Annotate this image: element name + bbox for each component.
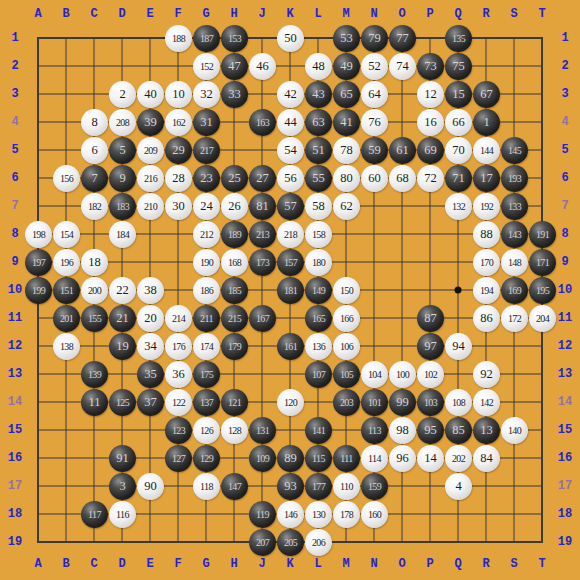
- move-number: 190: [200, 249, 213, 276]
- move-number: 1: [483, 109, 489, 136]
- move-number: 29: [172, 137, 185, 164]
- move-number: 119: [256, 501, 269, 528]
- stone-127-F16: 127: [165, 445, 192, 472]
- move-number: 174: [200, 333, 213, 360]
- stone-107-L13: 107: [305, 361, 332, 388]
- stone-40-E3: 40: [137, 81, 164, 108]
- move-number: 118: [200, 473, 213, 500]
- move-number: 176: [172, 333, 185, 360]
- move-number: 40: [144, 81, 157, 108]
- stone-36-F13: 36: [165, 361, 192, 388]
- move-number: 148: [508, 249, 521, 276]
- stone-160-N18: 160: [361, 501, 388, 528]
- move-number: 94: [452, 333, 465, 360]
- move-number: 66: [452, 109, 465, 136]
- stone-115-L16: 115: [305, 445, 332, 472]
- move-number: 93: [284, 473, 297, 500]
- move-number: 70: [452, 137, 465, 164]
- stone-47-H2: 47: [221, 53, 248, 80]
- stone-90-E17: 90: [137, 473, 164, 500]
- move-number: 210: [144, 193, 157, 220]
- stone-88-R8: 88: [473, 221, 500, 248]
- col-label-top-N: N: [360, 3, 388, 25]
- stone-125-D14: 125: [109, 389, 136, 416]
- stone-22-D10: 22: [109, 277, 136, 304]
- move-number: 23: [200, 165, 213, 192]
- stone-49-M2: 49: [333, 53, 360, 80]
- stone-42-K3: 42: [277, 81, 304, 108]
- col-label-top-F: F: [164, 3, 192, 25]
- stone-172-S11: 172: [501, 305, 528, 332]
- move-number: 207: [256, 529, 269, 556]
- stone-215-H11: 215: [221, 305, 248, 332]
- stone-15-Q3: 15: [445, 81, 472, 108]
- stone-31-G4: 31: [193, 109, 220, 136]
- move-number: 161: [284, 333, 297, 360]
- move-number: 76: [368, 109, 381, 136]
- stone-142-R14: 142: [473, 389, 500, 416]
- move-number: 131: [256, 417, 269, 444]
- stone-53-M1: 53: [333, 25, 360, 52]
- move-number: 14: [424, 445, 437, 472]
- move-number: 200: [88, 277, 101, 304]
- stone-181-K10: 181: [277, 277, 304, 304]
- move-number: 18: [88, 249, 101, 276]
- stone-168-H9: 168: [221, 249, 248, 276]
- stone-71-Q6: 71: [445, 165, 472, 192]
- move-number: 69: [424, 137, 437, 164]
- stone-41-M4: 41: [333, 109, 360, 136]
- row-label-right-5: 5: [552, 139, 578, 161]
- stone-214-F11: 214: [165, 305, 192, 332]
- move-number: 30: [172, 193, 185, 220]
- move-number: 89: [284, 445, 297, 472]
- move-number: 107: [312, 361, 325, 388]
- stone-104-N13: 104: [361, 361, 388, 388]
- row-label-left-11: 11: [2, 307, 28, 329]
- stone-66-Q4: 66: [445, 109, 472, 136]
- move-number: 154: [60, 221, 73, 248]
- stone-148-S9: 148: [501, 249, 528, 276]
- row-label-left-2: 2: [2, 55, 28, 77]
- stone-20-E11: 20: [137, 305, 164, 332]
- move-number: 87: [424, 305, 437, 332]
- move-number: 173: [256, 249, 269, 276]
- move-number: 39: [144, 109, 157, 136]
- row-label-left-10: 10: [2, 279, 28, 301]
- stone-96-O16: 96: [389, 445, 416, 472]
- move-number: 214: [172, 305, 185, 332]
- move-number: 179: [228, 333, 241, 360]
- stone-23-G6: 23: [193, 165, 220, 192]
- stone-72-P6: 72: [417, 165, 444, 192]
- stone-24-G7: 24: [193, 193, 220, 220]
- stone-99-O14: 99: [389, 389, 416, 416]
- stone-211-G11: 211: [193, 305, 220, 332]
- stone-12-P3: 12: [417, 81, 444, 108]
- stone-149-L10: 149: [305, 277, 332, 304]
- col-label-bottom-S: S: [500, 553, 528, 575]
- stone-113-N15: 113: [361, 417, 388, 444]
- stone-192-R7: 192: [473, 193, 500, 220]
- move-number: 90: [144, 473, 157, 500]
- row-label-right-9: 9: [552, 251, 578, 273]
- move-number: 3: [119, 473, 125, 500]
- stone-218-K8: 218: [277, 221, 304, 248]
- move-number: 47: [228, 53, 241, 80]
- move-number: 167: [256, 305, 269, 332]
- move-number: 59: [368, 137, 381, 164]
- move-number: 63: [312, 109, 325, 136]
- move-number: 8: [91, 109, 97, 136]
- stone-179-H12: 179: [221, 333, 248, 360]
- stone-187-G1: 187: [193, 25, 220, 52]
- stone-51-L5: 51: [305, 137, 332, 164]
- row-label-left-15: 15: [2, 419, 28, 441]
- move-number: 10: [172, 81, 185, 108]
- move-number: 72: [424, 165, 437, 192]
- stone-77-O1: 77: [389, 25, 416, 52]
- move-number: 17: [480, 165, 493, 192]
- move-number: 126: [200, 417, 213, 444]
- col-label-bottom-C: C: [80, 553, 108, 575]
- stone-76-N4: 76: [361, 109, 388, 136]
- move-number: 74: [396, 53, 409, 80]
- stone-126-G15: 126: [193, 417, 220, 444]
- row-label-left-3: 3: [2, 83, 28, 105]
- stone-5-D5: 5: [109, 137, 136, 164]
- move-number: 209: [144, 137, 157, 164]
- move-number: 136: [312, 333, 325, 360]
- stone-19-D12: 19: [109, 333, 136, 360]
- stone-46-J2: 46: [249, 53, 276, 80]
- row-label-right-4: 4: [552, 111, 578, 133]
- stone-3-D17: 3: [109, 473, 136, 500]
- move-number: 138: [60, 333, 73, 360]
- col-label-top-R: R: [472, 3, 500, 25]
- move-number: 182: [88, 193, 101, 220]
- move-number: 13: [480, 417, 493, 444]
- move-number: 139: [88, 361, 101, 388]
- move-number: 160: [368, 501, 381, 528]
- stone-212-G8: 212: [193, 221, 220, 248]
- move-number: 216: [144, 165, 157, 192]
- stone-155-C11: 155: [81, 305, 108, 332]
- move-number: 132: [452, 193, 465, 220]
- col-label-bottom-B: B: [52, 553, 80, 575]
- move-number: 123: [172, 417, 185, 444]
- stone-123-F15: 123: [165, 417, 192, 444]
- move-number: 111: [340, 445, 352, 472]
- row-label-right-3: 3: [552, 83, 578, 105]
- row-label-left-12: 12: [2, 335, 28, 357]
- stone-167-J11: 167: [249, 305, 276, 332]
- stone-35-E13: 35: [137, 361, 164, 388]
- stone-37-E14: 37: [137, 389, 164, 416]
- move-number: 96: [396, 445, 409, 472]
- move-number: 25: [228, 165, 241, 192]
- row-label-right-14: 14: [552, 391, 578, 413]
- stone-102-P13: 102: [417, 361, 444, 388]
- stone-206-L19: 206: [305, 529, 332, 556]
- move-number: 181: [284, 277, 297, 304]
- col-label-top-Q: Q: [444, 3, 472, 25]
- move-number: 171: [536, 249, 549, 276]
- move-number: 145: [508, 137, 521, 164]
- col-label-top-J: J: [248, 3, 276, 25]
- stone-198-A8: 198: [25, 221, 52, 248]
- move-number: 116: [116, 501, 129, 528]
- move-number: 213: [256, 221, 269, 248]
- stone-156-B6: 156: [53, 165, 80, 192]
- stone-97-P12: 97: [417, 333, 444, 360]
- move-number: 22: [116, 277, 129, 304]
- move-number: 157: [284, 249, 297, 276]
- stone-1-R4: 1: [473, 109, 500, 136]
- stone-128-H15: 128: [221, 417, 248, 444]
- move-number: 217: [200, 137, 213, 164]
- stone-85-Q15: 85: [445, 417, 472, 444]
- stone-89-K16: 89: [277, 445, 304, 472]
- move-number: 65: [340, 81, 353, 108]
- go-board-diagram: 1234567891011121314151617181920212223242…: [0, 0, 580, 580]
- move-number: 184: [116, 221, 129, 248]
- move-number: 137: [200, 389, 213, 416]
- stone-63-L4: 63: [305, 109, 332, 136]
- stone-136-L12: 136: [305, 333, 332, 360]
- stone-216-E6: 216: [137, 165, 164, 192]
- move-number: 180: [312, 249, 325, 276]
- move-number: 140: [508, 417, 521, 444]
- col-label-top-A: A: [24, 3, 52, 25]
- stone-25-H6: 25: [221, 165, 248, 192]
- move-number: 149: [312, 277, 325, 304]
- move-number: 41: [340, 109, 353, 136]
- stone-122-F14: 122: [165, 389, 192, 416]
- move-number: 191: [536, 221, 549, 248]
- move-number: 203: [340, 389, 353, 416]
- move-number: 197: [32, 249, 45, 276]
- move-number: 143: [508, 221, 521, 248]
- stone-200-C10: 200: [81, 277, 108, 304]
- stone-144-R5: 144: [473, 137, 500, 164]
- move-number: 71: [452, 165, 465, 192]
- move-number: 101: [368, 389, 381, 416]
- move-number: 67: [480, 81, 493, 108]
- stone-161-K12: 161: [277, 333, 304, 360]
- stone-2-D3: 2: [109, 81, 136, 108]
- move-number: 2: [119, 81, 125, 108]
- col-label-top-C: C: [80, 3, 108, 25]
- move-number: 169: [508, 277, 521, 304]
- move-number: 218: [284, 221, 297, 248]
- col-label-top-L: L: [304, 3, 332, 25]
- stone-62-M7: 62: [333, 193, 360, 220]
- col-label-bottom-K: K: [276, 553, 304, 575]
- move-number: 155: [88, 305, 101, 332]
- move-number: 54: [284, 137, 297, 164]
- col-label-top-E: E: [136, 3, 164, 25]
- stone-86-R11: 86: [473, 305, 500, 332]
- stone-135-Q1: 135: [445, 25, 472, 52]
- stone-80-M6: 80: [333, 165, 360, 192]
- stone-100-O13: 100: [389, 361, 416, 388]
- move-number: 212: [200, 221, 213, 248]
- row-label-left-8: 8: [2, 223, 28, 245]
- move-number: 97: [424, 333, 437, 360]
- move-number: 9: [119, 165, 125, 192]
- stone-173-J9: 173: [249, 249, 276, 276]
- stone-137-G14: 137: [193, 389, 220, 416]
- move-number: 61: [396, 137, 409, 164]
- stone-95-P15: 95: [417, 417, 444, 444]
- stone-197-A9: 197: [25, 249, 52, 276]
- stone-55-L6: 55: [305, 165, 332, 192]
- stone-58-L7: 58: [305, 193, 332, 220]
- stone-196-B9: 196: [53, 249, 80, 276]
- stone-186-G10: 186: [193, 277, 220, 304]
- stone-75-Q2: 75: [445, 53, 472, 80]
- move-number: 193: [508, 165, 521, 192]
- row-label-right-18: 18: [552, 503, 578, 525]
- move-number: 159: [368, 473, 381, 500]
- stone-147-H17: 147: [221, 473, 248, 500]
- move-number: 110: [340, 473, 353, 500]
- move-number: 166: [340, 305, 353, 332]
- move-number: 162: [172, 109, 185, 136]
- stone-185-H10: 185: [221, 277, 248, 304]
- move-number: 188: [172, 25, 185, 52]
- move-number: 38: [144, 277, 157, 304]
- move-number: 113: [368, 417, 381, 444]
- stone-117-C18: 117: [81, 501, 108, 528]
- stone-79-N1: 79: [361, 25, 388, 52]
- move-number: 121: [228, 389, 241, 416]
- stone-203-M14: 203: [333, 389, 360, 416]
- move-number: 62: [340, 193, 353, 220]
- col-label-bottom-G: G: [192, 553, 220, 575]
- col-label-top-H: H: [220, 3, 248, 25]
- stone-178-M18: 178: [333, 501, 360, 528]
- move-number: 125: [116, 389, 129, 416]
- move-number: 104: [368, 361, 381, 388]
- stone-174-G12: 174: [193, 333, 220, 360]
- stone-157-K9: 157: [277, 249, 304, 276]
- stone-116-D18: 116: [109, 501, 136, 528]
- move-number: 146: [284, 501, 297, 528]
- move-number: 57: [284, 193, 297, 220]
- move-number: 81: [256, 193, 269, 220]
- move-number: 170: [480, 249, 493, 276]
- move-number: 141: [312, 417, 325, 444]
- stone-170-R9: 170: [473, 249, 500, 276]
- stone-177-L17: 177: [305, 473, 332, 500]
- stone-146-K18: 146: [277, 501, 304, 528]
- row-label-left-16: 16: [2, 447, 28, 469]
- move-number: 27: [256, 165, 269, 192]
- move-number: 114: [368, 445, 381, 472]
- move-number: 163: [256, 109, 269, 136]
- row-label-left-5: 5: [2, 139, 28, 161]
- stone-207-J19: 207: [249, 529, 276, 556]
- stone-94-Q12: 94: [445, 333, 472, 360]
- row-label-right-2: 2: [552, 55, 578, 77]
- move-number: 189: [228, 221, 241, 248]
- stone-119-J18: 119: [249, 501, 276, 528]
- stone-163-J4: 163: [249, 109, 276, 136]
- stone-108-Q14: 108: [445, 389, 472, 416]
- stone-81-J7: 81: [249, 193, 276, 220]
- stone-213-J8: 213: [249, 221, 276, 248]
- move-number: 60: [368, 165, 381, 192]
- stone-145-S5: 145: [501, 137, 528, 164]
- stone-201-B11: 201: [53, 305, 80, 332]
- stone-78-M5: 78: [333, 137, 360, 164]
- move-number: 168: [228, 249, 241, 276]
- move-number: 48: [312, 53, 325, 80]
- stone-29-F5: 29: [165, 137, 192, 164]
- col-label-bottom-H: H: [220, 553, 248, 575]
- move-number: 177: [312, 473, 325, 500]
- move-number: 92: [480, 361, 493, 388]
- stone-209-E5: 209: [137, 137, 164, 164]
- stone-13-R15: 13: [473, 417, 500, 444]
- stone-175-G13: 175: [193, 361, 220, 388]
- move-number: 32: [200, 81, 213, 108]
- stone-6-C5: 6: [81, 137, 108, 164]
- stone-158-L8: 158: [305, 221, 332, 248]
- move-number: 43: [312, 81, 325, 108]
- stone-114-N16: 114: [361, 445, 388, 472]
- stone-10-F3: 10: [165, 81, 192, 108]
- stone-103-P14: 103: [417, 389, 444, 416]
- stone-27-J6: 27: [249, 165, 276, 192]
- move-number: 4: [455, 473, 461, 500]
- stone-69-P5: 69: [417, 137, 444, 164]
- stone-28-F6: 28: [165, 165, 192, 192]
- stone-65-M3: 65: [333, 81, 360, 108]
- stone-91-D16: 91: [109, 445, 136, 472]
- stone-184-D8: 184: [109, 221, 136, 248]
- move-number: 50: [284, 25, 297, 52]
- col-label-top-T: T: [528, 3, 556, 25]
- stone-61-O5: 61: [389, 137, 416, 164]
- move-number: 46: [256, 53, 269, 80]
- move-number: 147: [228, 473, 241, 500]
- stone-21-D11: 21: [109, 305, 136, 332]
- stone-188-F1: 188: [165, 25, 192, 52]
- move-number: 6: [91, 137, 97, 164]
- move-number: 53: [340, 25, 353, 52]
- move-number: 165: [312, 305, 325, 332]
- stone-54-K5: 54: [277, 137, 304, 164]
- col-label-bottom-J: J: [248, 553, 276, 575]
- move-number: 153: [228, 25, 241, 52]
- stone-132-Q7: 132: [445, 193, 472, 220]
- stone-39-E4: 39: [137, 109, 164, 136]
- stone-4-Q17: 4: [445, 473, 472, 500]
- stone-11-C14: 11: [81, 389, 108, 416]
- stone-152-G2: 152: [193, 53, 220, 80]
- stone-30-F7: 30: [165, 193, 192, 220]
- move-number: 11: [88, 389, 100, 416]
- stone-52-N2: 52: [361, 53, 388, 80]
- stone-190-G9: 190: [193, 249, 220, 276]
- row-label-right-12: 12: [552, 335, 578, 357]
- move-number: 120: [284, 389, 297, 416]
- move-number: 84: [480, 445, 493, 472]
- col-label-top-G: G: [192, 3, 220, 25]
